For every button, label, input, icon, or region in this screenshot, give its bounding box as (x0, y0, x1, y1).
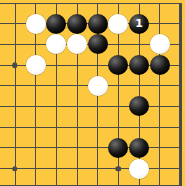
board-intersection[interactable] (149, 34, 170, 55)
black-stone[interactable]: 1 (129, 14, 149, 34)
board-intersection[interactable] (5, 13, 26, 34)
board-intersection[interactable] (170, 34, 185, 55)
board-intersection[interactable] (129, 96, 150, 117)
board-intersection[interactable] (170, 117, 185, 138)
board-intersection[interactable] (129, 55, 150, 76)
board-intersection[interactable] (87, 158, 108, 179)
board-intersection[interactable] (25, 0, 46, 13)
move-number-label: 1 (135, 18, 143, 29)
board-intersection[interactable] (129, 75, 150, 96)
star-point (116, 166, 122, 172)
board-intersection[interactable] (46, 13, 67, 34)
black-stone[interactable] (88, 34, 108, 54)
black-stone[interactable] (46, 14, 66, 34)
board-intersection[interactable] (129, 0, 150, 13)
board-intersection[interactable] (87, 96, 108, 117)
board-intersection[interactable] (149, 96, 170, 117)
board-intersection[interactable] (108, 158, 129, 179)
board-intersection[interactable] (149, 158, 170, 179)
board-intersection[interactable] (170, 96, 185, 117)
board-intersection[interactable] (5, 117, 26, 138)
board-intersection[interactable] (67, 0, 88, 13)
board-intersection[interactable] (25, 117, 46, 138)
black-stone[interactable] (108, 55, 128, 75)
board-intersection[interactable] (87, 55, 108, 76)
board-intersection[interactable] (25, 96, 46, 117)
board-intersection[interactable] (25, 13, 46, 34)
board-intersection[interactable] (5, 96, 26, 117)
board-intersection[interactable] (5, 0, 26, 13)
board-intersection[interactable] (87, 13, 108, 34)
board-intersection[interactable] (5, 55, 26, 76)
board-intersection[interactable] (67, 96, 88, 117)
board-intersection[interactable] (46, 0, 67, 13)
black-stone[interactable] (67, 14, 87, 34)
board-intersection[interactable] (46, 55, 67, 76)
board-intersection[interactable] (108, 117, 129, 138)
board-intersection[interactable] (170, 0, 185, 13)
board-intersection[interactable] (170, 13, 185, 34)
board-intersection[interactable] (67, 13, 88, 34)
white-stone[interactable] (88, 76, 108, 96)
board-intersection[interactable] (5, 158, 26, 179)
board-intersection[interactable] (170, 55, 185, 76)
star-point (12, 62, 18, 68)
board-intersection[interactable] (149, 55, 170, 76)
white-stone[interactable] (129, 159, 149, 179)
black-stone[interactable] (108, 138, 128, 158)
board-intersection[interactable] (108, 96, 129, 117)
board-intersection[interactable] (5, 75, 26, 96)
white-stone[interactable] (46, 34, 66, 54)
black-stone[interactable] (129, 138, 149, 158)
white-stone[interactable] (150, 34, 170, 54)
board-intersection[interactable] (87, 0, 108, 13)
board-intersection[interactable] (87, 34, 108, 55)
white-stone[interactable] (26, 55, 46, 75)
board-intersection[interactable] (170, 75, 185, 96)
black-stone[interactable] (129, 96, 149, 116)
board-intersection[interactable] (149, 13, 170, 34)
board-intersection[interactable] (87, 75, 108, 96)
board-intersection[interactable] (87, 137, 108, 158)
board-intersection[interactable]: 1 (129, 13, 150, 34)
black-stone[interactable] (129, 55, 149, 75)
board-intersection[interactable] (149, 117, 170, 138)
board-intersection[interactable] (129, 34, 150, 55)
white-stone[interactable] (67, 34, 87, 54)
board-intersection[interactable] (67, 158, 88, 179)
board-intersection[interactable] (149, 137, 170, 158)
board-intersection[interactable] (108, 55, 129, 76)
board-intersection[interactable] (5, 34, 26, 55)
white-stone[interactable] (108, 14, 128, 34)
board-intersection[interactable] (108, 0, 129, 13)
board-intersection[interactable] (108, 75, 129, 96)
board-intersection[interactable] (87, 117, 108, 138)
board-intersection[interactable] (149, 0, 170, 13)
board-intersection[interactable] (25, 34, 46, 55)
board-intersection[interactable] (108, 13, 129, 34)
board-intersection[interactable] (46, 96, 67, 117)
go-board: 1 (0, 0, 185, 186)
board-intersection[interactable] (46, 34, 67, 55)
black-stone[interactable] (150, 55, 170, 75)
board-intersection[interactable] (46, 137, 67, 158)
board-intersection[interactable] (129, 158, 150, 179)
board-intersection[interactable] (25, 55, 46, 76)
board-intersection[interactable] (46, 75, 67, 96)
board-intersection[interactable] (67, 75, 88, 96)
board-intersection[interactable] (46, 117, 67, 138)
board-intersection[interactable] (25, 75, 46, 96)
board-intersection[interactable] (149, 75, 170, 96)
board-intersection[interactable] (67, 34, 88, 55)
board-intersection[interactable] (67, 137, 88, 158)
board-intersection[interactable] (25, 137, 46, 158)
board-intersection[interactable] (46, 158, 67, 179)
board-intersections: 1 (5, 0, 185, 179)
board-intersection[interactable] (67, 117, 88, 138)
board-intersection[interactable] (25, 158, 46, 179)
board-intersection[interactable] (108, 34, 129, 55)
board-intersection[interactable] (129, 137, 150, 158)
white-stone[interactable] (26, 14, 46, 34)
board-intersection[interactable] (67, 55, 88, 76)
star-point (12, 166, 18, 172)
board-intersection[interactable] (5, 137, 26, 158)
board-intersection[interactable] (108, 137, 129, 158)
board-intersection[interactable] (170, 137, 185, 158)
board-intersection[interactable] (170, 158, 185, 179)
black-stone[interactable] (88, 14, 108, 34)
board-intersection[interactable] (129, 117, 150, 138)
